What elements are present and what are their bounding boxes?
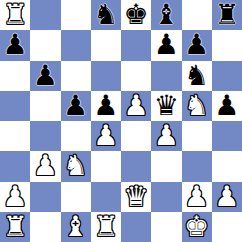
piece-white-queen: ♛ [124, 182, 149, 212]
piece-white-pawn: ♟ [93, 121, 118, 151]
piece-black-pawn: ♟ [154, 30, 179, 60]
square-g6[interactable]: ♞ [182, 61, 212, 91]
piece-black-pawn: ♟ [3, 30, 28, 60]
square-h8[interactable]: ♜ [212, 0, 242, 30]
square-b3[interactable]: ♟ [30, 151, 60, 181]
square-f8[interactable]: ♝ [151, 0, 181, 30]
square-f4[interactable]: ♟ [151, 121, 181, 151]
square-a8[interactable]: ♜ [0, 0, 30, 30]
square-b5[interactable] [30, 91, 60, 121]
piece-white-bishop: ♝ [63, 212, 88, 242]
square-b2[interactable] [30, 182, 60, 212]
square-d7[interactable] [91, 30, 121, 60]
square-c6[interactable] [61, 61, 91, 91]
square-a6[interactable] [0, 61, 30, 91]
piece-white-pawn: ♟ [154, 121, 179, 151]
square-e2[interactable]: ♛ [121, 182, 151, 212]
piece-white-king: ♚ [184, 212, 209, 242]
square-e6[interactable] [121, 61, 151, 91]
square-f5[interactable]: ♛ [151, 91, 181, 121]
square-d4[interactable]: ♟ [91, 121, 121, 151]
square-g3[interactable] [182, 151, 212, 181]
piece-white-knight: ♞ [63, 151, 88, 181]
square-c3[interactable]: ♞ [61, 151, 91, 181]
square-c2[interactable] [61, 182, 91, 212]
piece-white-pawn: ♟ [184, 182, 209, 212]
square-d5[interactable]: ♟ [91, 91, 121, 121]
square-h6[interactable] [212, 61, 242, 91]
square-g1[interactable]: ♚ [182, 212, 212, 242]
square-f1[interactable] [151, 212, 181, 242]
piece-black-rook: ♜ [214, 0, 239, 30]
piece-black-pawn: ♟ [63, 91, 88, 121]
square-c4[interactable] [61, 121, 91, 151]
square-d3[interactable] [91, 151, 121, 181]
piece-white-rook: ♜ [3, 212, 28, 242]
piece-white-pawn: ♟ [3, 182, 28, 212]
square-e5[interactable]: ♟ [121, 91, 151, 121]
square-e1[interactable] [121, 212, 151, 242]
square-c8[interactable] [61, 0, 91, 30]
piece-black-king: ♚ [124, 0, 149, 30]
square-h5[interactable]: ♟ [212, 91, 242, 121]
piece-white-rook: ♜ [3, 0, 28, 30]
square-f2[interactable] [151, 182, 181, 212]
square-h2[interactable]: ♟ [212, 182, 242, 212]
square-b7[interactable] [30, 30, 60, 60]
piece-black-bishop: ♝ [154, 0, 179, 30]
square-a2[interactable]: ♟ [0, 182, 30, 212]
square-d2[interactable] [91, 182, 121, 212]
square-e7[interactable] [121, 30, 151, 60]
square-h4[interactable] [212, 121, 242, 151]
piece-black-knight: ♞ [184, 61, 209, 91]
square-e3[interactable] [121, 151, 151, 181]
square-h3[interactable] [212, 151, 242, 181]
piece-black-pawn: ♟ [184, 30, 209, 60]
square-d1[interactable]: ♜ [91, 212, 121, 242]
square-g4[interactable] [182, 121, 212, 151]
square-b1[interactable] [30, 212, 60, 242]
piece-black-pawn: ♟ [214, 91, 239, 121]
square-f3[interactable] [151, 151, 181, 181]
square-b8[interactable] [30, 0, 60, 30]
square-b4[interactable] [30, 121, 60, 151]
chess-board: ♜♞♚♝♜♟♟♟♟♞♟♟♟♛♞♟♟♟♟♞♟♛♟♟♜♝♜♚ [0, 0, 242, 242]
square-a4[interactable] [0, 121, 30, 151]
square-d6[interactable] [91, 61, 121, 91]
square-g2[interactable]: ♟ [182, 182, 212, 212]
piece-white-pawn: ♟ [214, 182, 239, 212]
piece-white-knight: ♞ [184, 91, 209, 121]
square-a7[interactable]: ♟ [0, 30, 30, 60]
piece-white-pawn: ♟ [124, 91, 149, 121]
piece-white-pawn: ♟ [33, 151, 58, 181]
piece-black-knight: ♞ [93, 0, 118, 30]
square-e4[interactable] [121, 121, 151, 151]
square-f6[interactable] [151, 61, 181, 91]
square-b6[interactable]: ♟ [30, 61, 60, 91]
square-f7[interactable]: ♟ [151, 30, 181, 60]
square-a1[interactable]: ♜ [0, 212, 30, 242]
square-g8[interactable] [182, 0, 212, 30]
square-a5[interactable] [0, 91, 30, 121]
square-c5[interactable]: ♟ [61, 91, 91, 121]
square-a3[interactable] [0, 151, 30, 181]
piece-black-pawn: ♟ [33, 61, 58, 91]
square-d8[interactable]: ♞ [91, 0, 121, 30]
piece-white-rook: ♜ [93, 212, 118, 242]
square-c1[interactable]: ♝ [61, 212, 91, 242]
square-g5[interactable]: ♞ [182, 91, 212, 121]
square-g7[interactable]: ♟ [182, 30, 212, 60]
square-e8[interactable]: ♚ [121, 0, 151, 30]
square-h1[interactable] [212, 212, 242, 242]
piece-black-pawn: ♟ [93, 91, 118, 121]
square-h7[interactable] [212, 30, 242, 60]
square-c7[interactable] [61, 30, 91, 60]
piece-black-queen: ♛ [154, 91, 179, 121]
